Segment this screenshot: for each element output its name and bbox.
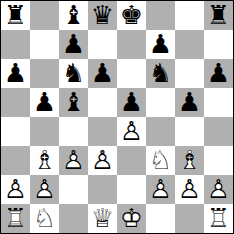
square-g5[interactable]: ♟: [175, 88, 204, 117]
square-c3[interactable]: ♟♙: [59, 146, 88, 175]
square-d7[interactable]: [88, 30, 117, 59]
square-f8[interactable]: [146, 1, 175, 30]
square-c5[interactable]: ♝: [59, 88, 88, 117]
piece-fill: ♛: [88, 204, 117, 233]
square-g2[interactable]: ♟♙: [175, 175, 204, 204]
black-knight-icon[interactable]: ♞: [146, 59, 175, 88]
square-b7[interactable]: [30, 30, 59, 59]
square-g3[interactable]: ♝♗: [175, 146, 204, 175]
square-d1[interactable]: ♛♕: [88, 204, 117, 233]
square-a8[interactable]: ♜: [1, 1, 30, 30]
square-f2[interactable]: ♟♙: [146, 175, 175, 204]
white-pawn-icon[interactable]: ♙: [175, 175, 204, 204]
square-a2[interactable]: ♟♙: [1, 175, 30, 204]
white-pawn-icon[interactable]: ♙: [59, 146, 88, 175]
black-rook-icon[interactable]: ♜: [204, 1, 233, 30]
square-g4[interactable]: [175, 117, 204, 146]
square-b4[interactable]: [30, 117, 59, 146]
piece-fill: ♟: [30, 175, 59, 204]
square-f1[interactable]: [146, 204, 175, 233]
square-d6[interactable]: ♟: [88, 59, 117, 88]
black-pawn-icon[interactable]: ♟: [117, 88, 146, 117]
square-b5[interactable]: ♟: [30, 88, 59, 117]
white-knight-icon[interactable]: ♘: [30, 204, 59, 233]
white-bishop-icon[interactable]: ♗: [175, 146, 204, 175]
piece-fill: ♜: [1, 204, 30, 233]
white-pawn-icon[interactable]: ♙: [88, 146, 117, 175]
square-c1[interactable]: [59, 204, 88, 233]
square-c6[interactable]: ♞: [59, 59, 88, 88]
white-pawn-icon[interactable]: ♙: [30, 175, 59, 204]
square-a1[interactable]: ♜♖: [1, 204, 30, 233]
square-d2[interactable]: [88, 175, 117, 204]
square-e2[interactable]: [117, 175, 146, 204]
square-e3[interactable]: [117, 146, 146, 175]
square-c8[interactable]: ♝: [59, 1, 88, 30]
piece-fill: ♟: [204, 175, 233, 204]
square-e8[interactable]: ♚: [117, 1, 146, 30]
square-d5[interactable]: [88, 88, 117, 117]
black-king-icon[interactable]: ♚: [117, 1, 146, 30]
square-d3[interactable]: ♟♙: [88, 146, 117, 175]
black-queen-icon[interactable]: ♛: [88, 1, 117, 30]
piece-fill: ♟: [175, 175, 204, 204]
white-rook-icon[interactable]: ♖: [204, 204, 233, 233]
square-c7[interactable]: ♟: [59, 30, 88, 59]
piece-fill: ♝: [175, 146, 204, 175]
square-b1[interactable]: ♞♘: [30, 204, 59, 233]
square-f3[interactable]: ♞♘: [146, 146, 175, 175]
black-pawn-icon[interactable]: ♟: [1, 59, 30, 88]
black-rook-icon[interactable]: ♜: [1, 1, 30, 30]
square-a3[interactable]: [1, 146, 30, 175]
square-e6[interactable]: [117, 59, 146, 88]
square-e4[interactable]: ♟♙: [117, 117, 146, 146]
square-h5[interactable]: [204, 88, 233, 117]
black-pawn-icon[interactable]: ♟: [204, 59, 233, 88]
piece-fill: ♟: [88, 146, 117, 175]
square-f6[interactable]: ♞: [146, 59, 175, 88]
square-e5[interactable]: ♟: [117, 88, 146, 117]
square-f5[interactable]: [146, 88, 175, 117]
white-bishop-icon[interactable]: ♗: [30, 146, 59, 175]
square-h6[interactable]: ♟: [204, 59, 233, 88]
square-h3[interactable]: [204, 146, 233, 175]
square-g6[interactable]: [175, 59, 204, 88]
square-b3[interactable]: ♝♗: [30, 146, 59, 175]
chess-board: ♜♝♛♚♜♟♟♟♞♟♞♟♟♝♟♟♟♙♝♗♟♙♟♙♞♘♝♗♟♙♟♙♟♙♟♙♟♙♜♖…: [0, 0, 234, 234]
piece-fill: ♟: [59, 146, 88, 175]
black-bishop-icon[interactable]: ♝: [59, 88, 88, 117]
piece-fill: ♜: [204, 204, 233, 233]
square-h1[interactable]: ♜♖: [204, 204, 233, 233]
black-pawn-icon[interactable]: ♟: [59, 30, 88, 59]
white-rook-icon[interactable]: ♖: [1, 204, 30, 233]
black-pawn-icon[interactable]: ♟: [146, 30, 175, 59]
piece-fill: ♚: [117, 204, 146, 233]
square-b6[interactable]: [30, 59, 59, 88]
square-d8[interactable]: ♛: [88, 1, 117, 30]
white-pawn-icon[interactable]: ♙: [1, 175, 30, 204]
piece-fill: ♟: [117, 117, 146, 146]
piece-fill: ♞: [30, 204, 59, 233]
black-pawn-icon[interactable]: ♟: [88, 59, 117, 88]
square-a4[interactable]: [1, 117, 30, 146]
piece-fill: ♟: [1, 175, 30, 204]
square-e7[interactable]: [117, 30, 146, 59]
white-knight-icon[interactable]: ♘: [146, 146, 175, 175]
square-a5[interactable]: [1, 88, 30, 117]
square-e1[interactable]: ♚♔: [117, 204, 146, 233]
black-knight-icon[interactable]: ♞: [59, 59, 88, 88]
black-pawn-icon[interactable]: ♟: [175, 88, 204, 117]
white-pawn-icon[interactable]: ♙: [117, 117, 146, 146]
square-h4[interactable]: [204, 117, 233, 146]
square-c4[interactable]: [59, 117, 88, 146]
white-pawn-icon[interactable]: ♙: [146, 175, 175, 204]
square-g7[interactable]: [175, 30, 204, 59]
square-d4[interactable]: [88, 117, 117, 146]
square-c2[interactable]: [59, 175, 88, 204]
square-a6[interactable]: ♟: [1, 59, 30, 88]
black-bishop-icon[interactable]: ♝: [59, 1, 88, 30]
square-f4[interactable]: [146, 117, 175, 146]
white-pawn-icon[interactable]: ♙: [204, 175, 233, 204]
piece-fill: ♟: [146, 175, 175, 204]
square-b2[interactable]: ♟♙: [30, 175, 59, 204]
square-g1[interactable]: [175, 204, 204, 233]
piece-fill: ♝: [30, 146, 59, 175]
white-queen-icon[interactable]: ♕: [88, 204, 117, 233]
square-g8[interactable]: [175, 1, 204, 30]
square-h7[interactable]: [204, 30, 233, 59]
white-king-icon[interactable]: ♔: [117, 204, 146, 233]
square-h8[interactable]: ♜: [204, 1, 233, 30]
square-b8[interactable]: [30, 1, 59, 30]
black-pawn-icon[interactable]: ♟: [30, 88, 59, 117]
square-a7[interactable]: [1, 30, 30, 59]
piece-fill: ♞: [146, 146, 175, 175]
square-f7[interactable]: ♟: [146, 30, 175, 59]
square-h2[interactable]: ♟♙: [204, 175, 233, 204]
